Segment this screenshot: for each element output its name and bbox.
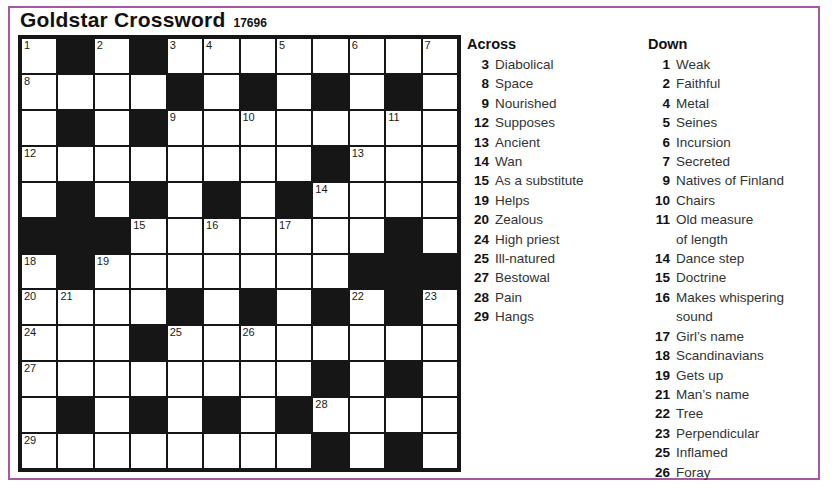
white-cell[interactable]: 16 (204, 219, 238, 253)
cell-number: 9 (170, 111, 176, 124)
white-cell[interactable] (204, 434, 238, 468)
black-cell (386, 434, 420, 468)
clue-number: 20 (467, 210, 489, 229)
clue-item: 5Seines (648, 113, 816, 132)
white-cell[interactable] (131, 147, 165, 181)
white-cell[interactable]: 27 (22, 362, 56, 396)
clue-item: 13Ancient (467, 133, 643, 152)
down-clues-panel: Down 1Weak2Faithful4Metal5Seines6Incursi… (648, 36, 816, 482)
white-cell[interactable] (131, 362, 165, 396)
white-cell[interactable] (313, 111, 347, 145)
clue-text: Pain (495, 288, 522, 307)
clue-item: 3Diabolical (467, 55, 643, 74)
clue-text: Makes whispering sound (676, 288, 784, 327)
white-cell[interactable] (350, 219, 384, 253)
cell-number: 26 (243, 326, 255, 339)
cell-number: 27 (24, 362, 36, 375)
black-cell (204, 398, 238, 432)
white-cell[interactable] (58, 434, 92, 468)
white-cell[interactable] (277, 255, 311, 289)
black-cell (241, 290, 275, 324)
clue-number: 19 (648, 366, 670, 385)
puzzle-frame: Goldstar Crossword17696 1234567891011121… (8, 6, 820, 480)
white-cell[interactable]: 22 (350, 290, 384, 324)
clue-number: 8 (467, 74, 489, 93)
cell-number: 25 (170, 326, 182, 339)
clue-text: Helps (495, 191, 530, 210)
cell-number: 28 (315, 398, 327, 411)
clue-text: Secreted (676, 152, 730, 171)
black-cell (350, 255, 384, 289)
clue-number: 15 (648, 268, 670, 287)
clue-number: 16 (648, 288, 670, 307)
white-cell[interactable] (313, 255, 347, 289)
clue-text: Supposes (495, 113, 555, 132)
white-cell[interactable] (95, 111, 129, 145)
white-cell[interactable] (204, 255, 238, 289)
white-cell[interactable]: 9 (168, 111, 202, 145)
clue-item: 21Man’s name (648, 385, 816, 404)
white-cell[interactable] (22, 111, 56, 145)
black-cell (313, 75, 347, 109)
white-cell[interactable] (168, 398, 202, 432)
white-cell[interactable]: 6 (350, 39, 384, 73)
clue-number: 25 (467, 249, 489, 268)
clue-text: Scandinavians (676, 346, 764, 365)
clue-item: 15Doctrine (648, 268, 816, 287)
clue-number: 4 (648, 94, 670, 113)
white-cell[interactable]: 10 (241, 111, 275, 145)
clue-number: 19 (467, 191, 489, 210)
white-cell[interactable] (241, 255, 275, 289)
white-cell[interactable] (204, 147, 238, 181)
cell-number: 10 (243, 111, 255, 124)
cell-number: 17 (279, 219, 291, 232)
clue-number: 13 (467, 133, 489, 152)
clue-item: 12Supposes (467, 113, 643, 132)
clue-item: 17Girl’s name (648, 327, 816, 346)
clue-number: 15 (467, 171, 489, 190)
white-cell[interactable] (58, 362, 92, 396)
white-cell[interactable] (168, 434, 202, 468)
clue-item: 27Bestowal (467, 268, 643, 287)
black-cell (313, 290, 347, 324)
clue-number: 22 (648, 404, 670, 423)
white-cell[interactable]: 12 (22, 147, 56, 181)
clue-text: Ill-natured (495, 249, 555, 268)
white-cell[interactable] (95, 398, 129, 432)
clue-number: 27 (467, 268, 489, 287)
clue-item: 20Zealous (467, 210, 643, 229)
white-cell[interactable] (350, 398, 384, 432)
cell-number: 4 (206, 39, 212, 52)
white-cell[interactable] (386, 326, 420, 360)
white-cell[interactable] (277, 326, 311, 360)
white-cell[interactable] (95, 183, 129, 217)
white-cell[interactable] (277, 147, 311, 181)
white-cell[interactable] (277, 111, 311, 145)
white-cell[interactable] (386, 39, 420, 73)
cell-number: 5 (279, 39, 285, 52)
clue-text: Girl’s name (676, 327, 744, 346)
cell-number: 13 (352, 147, 364, 160)
clue-number: 10 (648, 191, 670, 210)
clue-number: 11 (648, 210, 670, 229)
black-cell (277, 398, 311, 432)
white-cell[interactable] (423, 183, 457, 217)
clue-item: 24High priest (467, 230, 643, 249)
clue-item: 26Foray (648, 463, 816, 482)
clue-number: 28 (467, 288, 489, 307)
clue-item: 6Incursion (648, 133, 816, 152)
clue-text: Incursion (676, 133, 731, 152)
clue-text: Faithful (676, 74, 720, 93)
black-cell (22, 219, 56, 253)
black-cell (131, 111, 165, 145)
clue-text: Chairs (676, 191, 715, 210)
clue-text: Old measure of length (676, 210, 753, 249)
down-heading: Down (648, 36, 816, 52)
clue-number: 18 (648, 346, 670, 365)
clue-text: Wan (495, 152, 522, 171)
white-cell[interactable] (131, 434, 165, 468)
across-clue-list: 3Diabolical8Space9Nourished12Supposes13A… (467, 55, 643, 327)
clue-item: 11Old measure of length (648, 210, 816, 249)
clue-text: Inflamed (676, 443, 728, 462)
clue-number: 21 (648, 385, 670, 404)
black-cell (168, 75, 202, 109)
white-cell[interactable] (95, 75, 129, 109)
clue-text: Perpendicular (676, 424, 759, 443)
black-cell (386, 255, 420, 289)
clue-item: 25Inflamed (648, 443, 816, 462)
clue-number: 2 (648, 74, 670, 93)
clue-number: 9 (648, 171, 670, 190)
white-cell[interactable] (241, 147, 275, 181)
white-cell[interactable] (423, 362, 457, 396)
black-cell (204, 183, 238, 217)
clue-item: 23Perpendicular (648, 424, 816, 443)
clue-item: 16Makes whispering sound (648, 288, 816, 327)
clue-item: 2Faithful (648, 74, 816, 93)
cell-number: 8 (24, 75, 30, 88)
black-cell (131, 183, 165, 217)
white-cell[interactable] (168, 147, 202, 181)
white-cell[interactable] (423, 75, 457, 109)
clue-text: Diabolical (495, 55, 554, 74)
white-cell[interactable] (22, 398, 56, 432)
black-cell (313, 434, 347, 468)
white-cell[interactable] (241, 434, 275, 468)
clue-number: 6 (648, 133, 670, 152)
clue-number: 14 (648, 249, 670, 268)
white-cell[interactable] (168, 183, 202, 217)
clue-number: 25 (648, 443, 670, 462)
black-cell (131, 398, 165, 432)
white-cell[interactable] (204, 290, 238, 324)
clue-text: Tree (676, 404, 703, 423)
clue-item: 14Wan (467, 152, 643, 171)
clue-item: 18Scandinavians (648, 346, 816, 365)
clue-item: 10Chairs (648, 191, 816, 210)
clue-text: Gets up (676, 366, 723, 385)
clue-text: As a substitute (495, 171, 584, 190)
black-cell (313, 147, 347, 181)
title-row: Goldstar Crossword17696 (20, 8, 267, 32)
clue-number: 1 (648, 55, 670, 74)
white-cell[interactable] (350, 111, 384, 145)
white-cell[interactable]: 29 (22, 434, 56, 468)
white-cell[interactable]: 25 (168, 326, 202, 360)
cell-number: 7 (425, 39, 431, 52)
clue-item: 15As a substitute (467, 171, 643, 190)
white-cell[interactable] (277, 434, 311, 468)
clue-text: Nourished (495, 94, 557, 113)
white-cell[interactable] (423, 111, 457, 145)
white-cell[interactable] (241, 362, 275, 396)
clue-text: Seines (676, 113, 717, 132)
clue-number: 12 (467, 113, 489, 132)
down-clue-list: 1Weak2Faithful4Metal5Seines6Incursion7Se… (648, 55, 816, 482)
clue-text: Foray (676, 463, 711, 482)
white-cell[interactable] (168, 362, 202, 396)
white-cell[interactable] (277, 290, 311, 324)
clue-item: 25Ill-natured (467, 249, 643, 268)
cell-number: 6 (352, 39, 358, 52)
white-cell[interactable] (204, 111, 238, 145)
white-cell[interactable] (58, 326, 92, 360)
black-cell (58, 111, 92, 145)
cell-number: 15 (133, 219, 145, 232)
black-cell (313, 362, 347, 396)
clue-text: Weak (676, 55, 710, 74)
clue-text: Ancient (495, 133, 540, 152)
white-cell[interactable]: 1 (22, 39, 56, 73)
clue-text: High priest (495, 230, 560, 249)
white-cell[interactable] (350, 434, 384, 468)
black-cell (58, 39, 92, 73)
white-cell[interactable]: 19 (95, 255, 129, 289)
cell-number: 23 (425, 290, 437, 303)
white-cell[interactable] (95, 290, 129, 324)
cell-number: 22 (352, 290, 364, 303)
white-cell[interactable] (386, 183, 420, 217)
white-cell[interactable] (241, 398, 275, 432)
white-cell[interactable] (131, 290, 165, 324)
cell-number: 11 (388, 111, 399, 124)
white-cell[interactable] (168, 219, 202, 253)
white-cell[interactable] (58, 147, 92, 181)
white-cell[interactable] (350, 362, 384, 396)
white-cell[interactable]: 23 (423, 290, 457, 324)
white-cell[interactable]: 2 (95, 39, 129, 73)
white-cell[interactable] (131, 255, 165, 289)
white-cell[interactable]: 26 (241, 326, 275, 360)
black-cell (386, 362, 420, 396)
white-cell[interactable]: 11 (386, 111, 420, 145)
white-cell[interactable] (350, 326, 384, 360)
white-cell[interactable] (204, 362, 238, 396)
clue-item: 29Hangs (467, 307, 643, 326)
black-cell (131, 39, 165, 73)
white-cell[interactable] (277, 75, 311, 109)
cell-number: 29 (24, 434, 36, 447)
white-cell[interactable]: 24 (22, 326, 56, 360)
white-cell[interactable] (386, 147, 420, 181)
white-cell[interactable] (423, 219, 457, 253)
cell-number: 21 (60, 290, 72, 303)
clue-text: Bestowal (495, 268, 550, 287)
white-cell[interactable] (241, 183, 275, 217)
clue-number: 5 (648, 113, 670, 132)
cell-number: 20 (24, 290, 36, 303)
white-cell[interactable]: 7 (423, 39, 457, 73)
white-cell[interactable] (241, 219, 275, 253)
white-cell[interactable] (313, 39, 347, 73)
cell-number: 2 (97, 39, 103, 52)
black-cell (58, 255, 92, 289)
white-cell[interactable]: 15 (131, 219, 165, 253)
clue-text: Dance step (676, 249, 744, 268)
clue-text: Zealous (495, 210, 543, 229)
clue-text: Doctrine (676, 268, 726, 287)
black-cell (277, 183, 311, 217)
white-cell[interactable]: 3 (168, 39, 202, 73)
black-cell (168, 290, 202, 324)
puzzle-title: Goldstar Crossword (20, 8, 225, 31)
white-cell[interactable] (423, 326, 457, 360)
black-cell (58, 398, 92, 432)
white-cell[interactable]: 28 (313, 398, 347, 432)
black-cell (241, 75, 275, 109)
white-cell[interactable] (241, 39, 275, 73)
white-cell[interactable] (204, 326, 238, 360)
white-cell[interactable]: 17 (277, 219, 311, 253)
white-cell[interactable]: 4 (204, 39, 238, 73)
white-cell[interactable]: 21 (58, 290, 92, 324)
black-cell (95, 219, 129, 253)
clue-item: 7Secreted (648, 152, 816, 171)
clue-item: 9Nourished (467, 94, 643, 113)
white-cell[interactable]: 20 (22, 290, 56, 324)
clue-number: 7 (648, 152, 670, 171)
clue-number: 26 (648, 463, 670, 482)
puzzle-number: 17696 (233, 16, 266, 30)
white-cell[interactable]: 13 (350, 147, 384, 181)
clue-item: 8Space (467, 74, 643, 93)
black-cell (58, 219, 92, 253)
cell-number: 16 (206, 219, 218, 232)
clue-number: 23 (648, 424, 670, 443)
white-cell[interactable]: 5 (277, 39, 311, 73)
cell-number: 1 (24, 39, 30, 52)
clue-text: Hangs (495, 307, 534, 326)
white-cell[interactable] (277, 362, 311, 396)
clue-item: 19Helps (467, 191, 643, 210)
clue-text: Natives of Finland (676, 171, 784, 190)
clue-number: 29 (467, 307, 489, 326)
clue-item: 9Natives of Finland (648, 171, 816, 190)
black-cell (386, 290, 420, 324)
cell-number: 3 (170, 39, 176, 52)
clue-text: Man’s name (676, 385, 749, 404)
black-cell (386, 219, 420, 253)
clue-item: 4Metal (648, 94, 816, 113)
cell-number: 12 (24, 147, 36, 160)
clue-number: 17 (648, 327, 670, 346)
clue-number: 3 (467, 55, 489, 74)
clue-text: Space (495, 74, 533, 93)
cell-number: 19 (97, 255, 109, 268)
white-cell[interactable] (423, 434, 457, 468)
clue-item: 22Tree (648, 404, 816, 423)
white-cell[interactable] (204, 75, 238, 109)
page: { "game": "crossword", "title": "Goldsta… (0, 0, 832, 488)
white-cell[interactable] (95, 326, 129, 360)
across-clues-panel: Across 3Diabolical8Space9Nourished12Supp… (467, 36, 643, 327)
white-cell[interactable]: 18 (22, 255, 56, 289)
white-cell[interactable]: 8 (22, 75, 56, 109)
clue-item: 19Gets up (648, 366, 816, 385)
white-cell[interactable] (313, 326, 347, 360)
white-cell[interactable] (131, 75, 165, 109)
white-cell[interactable] (386, 398, 420, 432)
cell-number: 14 (315, 183, 327, 196)
white-cell[interactable] (423, 147, 457, 181)
white-cell[interactable] (423, 398, 457, 432)
white-cell[interactable] (168, 255, 202, 289)
black-cell (386, 75, 420, 109)
black-cell (58, 183, 92, 217)
white-cell[interactable] (95, 147, 129, 181)
white-cell[interactable]: 14 (313, 183, 347, 217)
white-cell[interactable] (350, 75, 384, 109)
crossword-grid: 1234567891011121314151617181920212223242… (18, 35, 461, 472)
white-cell[interactable] (313, 219, 347, 253)
clue-item: 14Dance step (648, 249, 816, 268)
white-cell[interactable] (350, 183, 384, 217)
clue-number: 9 (467, 94, 489, 113)
clue-number: 24 (467, 230, 489, 249)
white-cell[interactable] (58, 75, 92, 109)
cell-number: 18 (24, 255, 36, 268)
white-cell[interactable] (22, 183, 56, 217)
across-heading: Across (467, 36, 643, 52)
white-cell[interactable] (95, 434, 129, 468)
cell-number: 24 (24, 326, 36, 339)
clue-number: 14 (467, 152, 489, 171)
clue-item: 28Pain (467, 288, 643, 307)
black-cell (423, 255, 457, 289)
black-cell (131, 326, 165, 360)
white-cell[interactable] (95, 362, 129, 396)
clue-text: Metal (676, 94, 709, 113)
clue-item: 1Weak (648, 55, 816, 74)
